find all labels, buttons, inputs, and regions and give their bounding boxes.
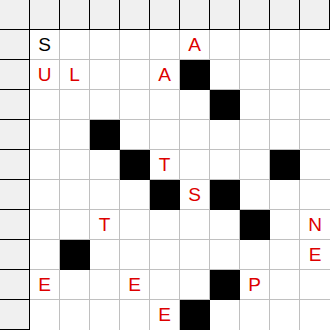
- cell-r5c8[interactable]: [240, 150, 270, 180]
- cell-r2c8[interactable]: [240, 60, 270, 90]
- col-header-6: [180, 0, 210, 30]
- cell-r3c1[interactable]: [30, 90, 60, 120]
- cell-r8c8[interactable]: [240, 240, 270, 270]
- cell-r9c6[interactable]: [180, 270, 210, 300]
- cell-r6c1[interactable]: [30, 180, 60, 210]
- cell-r6c2[interactable]: [60, 180, 90, 210]
- row-header-6: [0, 180, 30, 210]
- cell-r2c7[interactable]: [210, 60, 240, 90]
- cell-r7c2[interactable]: [60, 210, 90, 240]
- cell-r10c2[interactable]: [60, 300, 90, 330]
- row-header-5: [0, 150, 30, 180]
- letter-cell-r6c6[interactable]: S: [180, 180, 210, 210]
- row-header-10: [0, 300, 30, 330]
- cell-r8c3[interactable]: [90, 240, 120, 270]
- row-header-8: [0, 240, 30, 270]
- letter-cell-r8c10[interactable]: E: [300, 240, 330, 270]
- cell-r1c3[interactable]: [90, 30, 120, 60]
- corner-cell: [0, 0, 30, 30]
- cell-r5c3[interactable]: [90, 150, 120, 180]
- row-header-4: [0, 120, 30, 150]
- cell-r9c9[interactable]: [270, 270, 300, 300]
- block-cell-r10c6: [180, 300, 210, 330]
- cell-r10c9[interactable]: [270, 300, 300, 330]
- block-cell-r6c5: [150, 180, 180, 210]
- cell-r5c2[interactable]: [60, 150, 90, 180]
- cell-r6c9[interactable]: [270, 180, 300, 210]
- crossword-board: SAULATSTNEEEPE: [0, 0, 330, 330]
- cell-r1c9[interactable]: [270, 30, 300, 60]
- letter-cell-r5c5[interactable]: T: [150, 150, 180, 180]
- letter-cell-r2c1[interactable]: U: [30, 60, 60, 90]
- cell-r4c4[interactable]: [120, 120, 150, 150]
- cell-r2c9[interactable]: [270, 60, 300, 90]
- col-header-10: [300, 0, 330, 30]
- letter-cell-r7c3[interactable]: T: [90, 210, 120, 240]
- cell-r1c8[interactable]: [240, 30, 270, 60]
- cell-r1c7[interactable]: [210, 30, 240, 60]
- letter-cell-r9c4[interactable]: E: [120, 270, 150, 300]
- cell-r9c3[interactable]: [90, 270, 120, 300]
- cell-r9c2[interactable]: [60, 270, 90, 300]
- cell-r7c1[interactable]: [30, 210, 60, 240]
- cell-r7c5[interactable]: [150, 210, 180, 240]
- block-cell-r7c8: [240, 210, 270, 240]
- cell-r10c8[interactable]: [240, 300, 270, 330]
- col-header-4: [120, 0, 150, 30]
- cell-r6c4[interactable]: [120, 180, 150, 210]
- cell-r9c5[interactable]: [150, 270, 180, 300]
- cell-r4c7[interactable]: [210, 120, 240, 150]
- cell-r10c1[interactable]: [30, 300, 60, 330]
- cell-r5c10[interactable]: [300, 150, 330, 180]
- cell-r4c2[interactable]: [60, 120, 90, 150]
- cell-r1c10[interactable]: [300, 30, 330, 60]
- cell-r5c1[interactable]: [30, 150, 60, 180]
- cell-r3c8[interactable]: [240, 90, 270, 120]
- block-cell-r6c7: [210, 180, 240, 210]
- col-header-5: [150, 0, 180, 30]
- cell-r2c3[interactable]: [90, 60, 120, 90]
- row-header-9: [0, 270, 30, 300]
- cell-r4c9[interactable]: [270, 120, 300, 150]
- cell-r3c5[interactable]: [150, 90, 180, 120]
- cell-r1c4[interactable]: [120, 30, 150, 60]
- cell-r4c6[interactable]: [180, 120, 210, 150]
- cell-r2c10[interactable]: [300, 60, 330, 90]
- cell-r5c7[interactable]: [210, 150, 240, 180]
- cell-r4c10[interactable]: [300, 120, 330, 150]
- letter-cell-r1c1[interactable]: S: [30, 30, 60, 60]
- cell-r10c7[interactable]: [210, 300, 240, 330]
- cell-r10c4[interactable]: [120, 300, 150, 330]
- block-cell-r3c7: [210, 90, 240, 120]
- cell-r6c10[interactable]: [300, 180, 330, 210]
- cell-r8c5[interactable]: [150, 240, 180, 270]
- letter-cell-r2c5[interactable]: A: [150, 60, 180, 90]
- block-cell-r5c4: [120, 150, 150, 180]
- cell-r8c1[interactable]: [30, 240, 60, 270]
- cell-r8c7[interactable]: [210, 240, 240, 270]
- block-cell-r2c6: [180, 60, 210, 90]
- col-header-7: [210, 0, 240, 30]
- cell-r7c6[interactable]: [180, 210, 210, 240]
- col-header-3: [90, 0, 120, 30]
- letter-cell-r2c2[interactable]: L: [60, 60, 90, 90]
- row-header-1: [0, 30, 30, 60]
- letter-cell-r9c8[interactable]: P: [240, 270, 270, 300]
- col-header-2: [60, 0, 90, 30]
- letter-cell-r9c1[interactable]: E: [30, 270, 60, 300]
- cell-r4c8[interactable]: [240, 120, 270, 150]
- cell-r3c4[interactable]: [120, 90, 150, 120]
- cell-r3c9[interactable]: [270, 90, 300, 120]
- block-cell-r4c3: [90, 120, 120, 150]
- cell-r3c3[interactable]: [90, 90, 120, 120]
- cell-r3c10[interactable]: [300, 90, 330, 120]
- cell-r9c10[interactable]: [300, 270, 330, 300]
- cell-r3c6[interactable]: [180, 90, 210, 120]
- cell-r10c10[interactable]: [300, 300, 330, 330]
- cell-r6c3[interactable]: [90, 180, 120, 210]
- cell-r4c1[interactable]: [30, 120, 60, 150]
- row-header-2: [0, 60, 30, 90]
- cell-r7c7[interactable]: [210, 210, 240, 240]
- cell-r7c9[interactable]: [270, 210, 300, 240]
- cell-r7c4[interactable]: [120, 210, 150, 240]
- col-header-1: [30, 0, 60, 30]
- letter-cell-r7c10[interactable]: N: [300, 210, 330, 240]
- cell-r5c6[interactable]: [180, 150, 210, 180]
- block-cell-r5c9: [270, 150, 300, 180]
- row-header-7: [0, 210, 30, 240]
- cell-r2c4[interactable]: [120, 60, 150, 90]
- cell-r1c2[interactable]: [60, 30, 90, 60]
- cell-r6c8[interactable]: [240, 180, 270, 210]
- cell-r8c9[interactable]: [270, 240, 300, 270]
- block-cell-r8c2: [60, 240, 90, 270]
- col-header-9: [270, 0, 300, 30]
- cell-r3c2[interactable]: [60, 90, 90, 120]
- cell-r8c6[interactable]: [180, 240, 210, 270]
- cell-r10c3[interactable]: [90, 300, 120, 330]
- block-cell-r9c7: [210, 270, 240, 300]
- letter-cell-r1c6[interactable]: A: [180, 30, 210, 60]
- cell-r4c5[interactable]: [150, 120, 180, 150]
- letter-cell-r10c5[interactable]: E: [150, 300, 180, 330]
- cell-r8c4[interactable]: [120, 240, 150, 270]
- row-header-3: [0, 90, 30, 120]
- cell-r1c5[interactable]: [150, 30, 180, 60]
- col-header-8: [240, 0, 270, 30]
